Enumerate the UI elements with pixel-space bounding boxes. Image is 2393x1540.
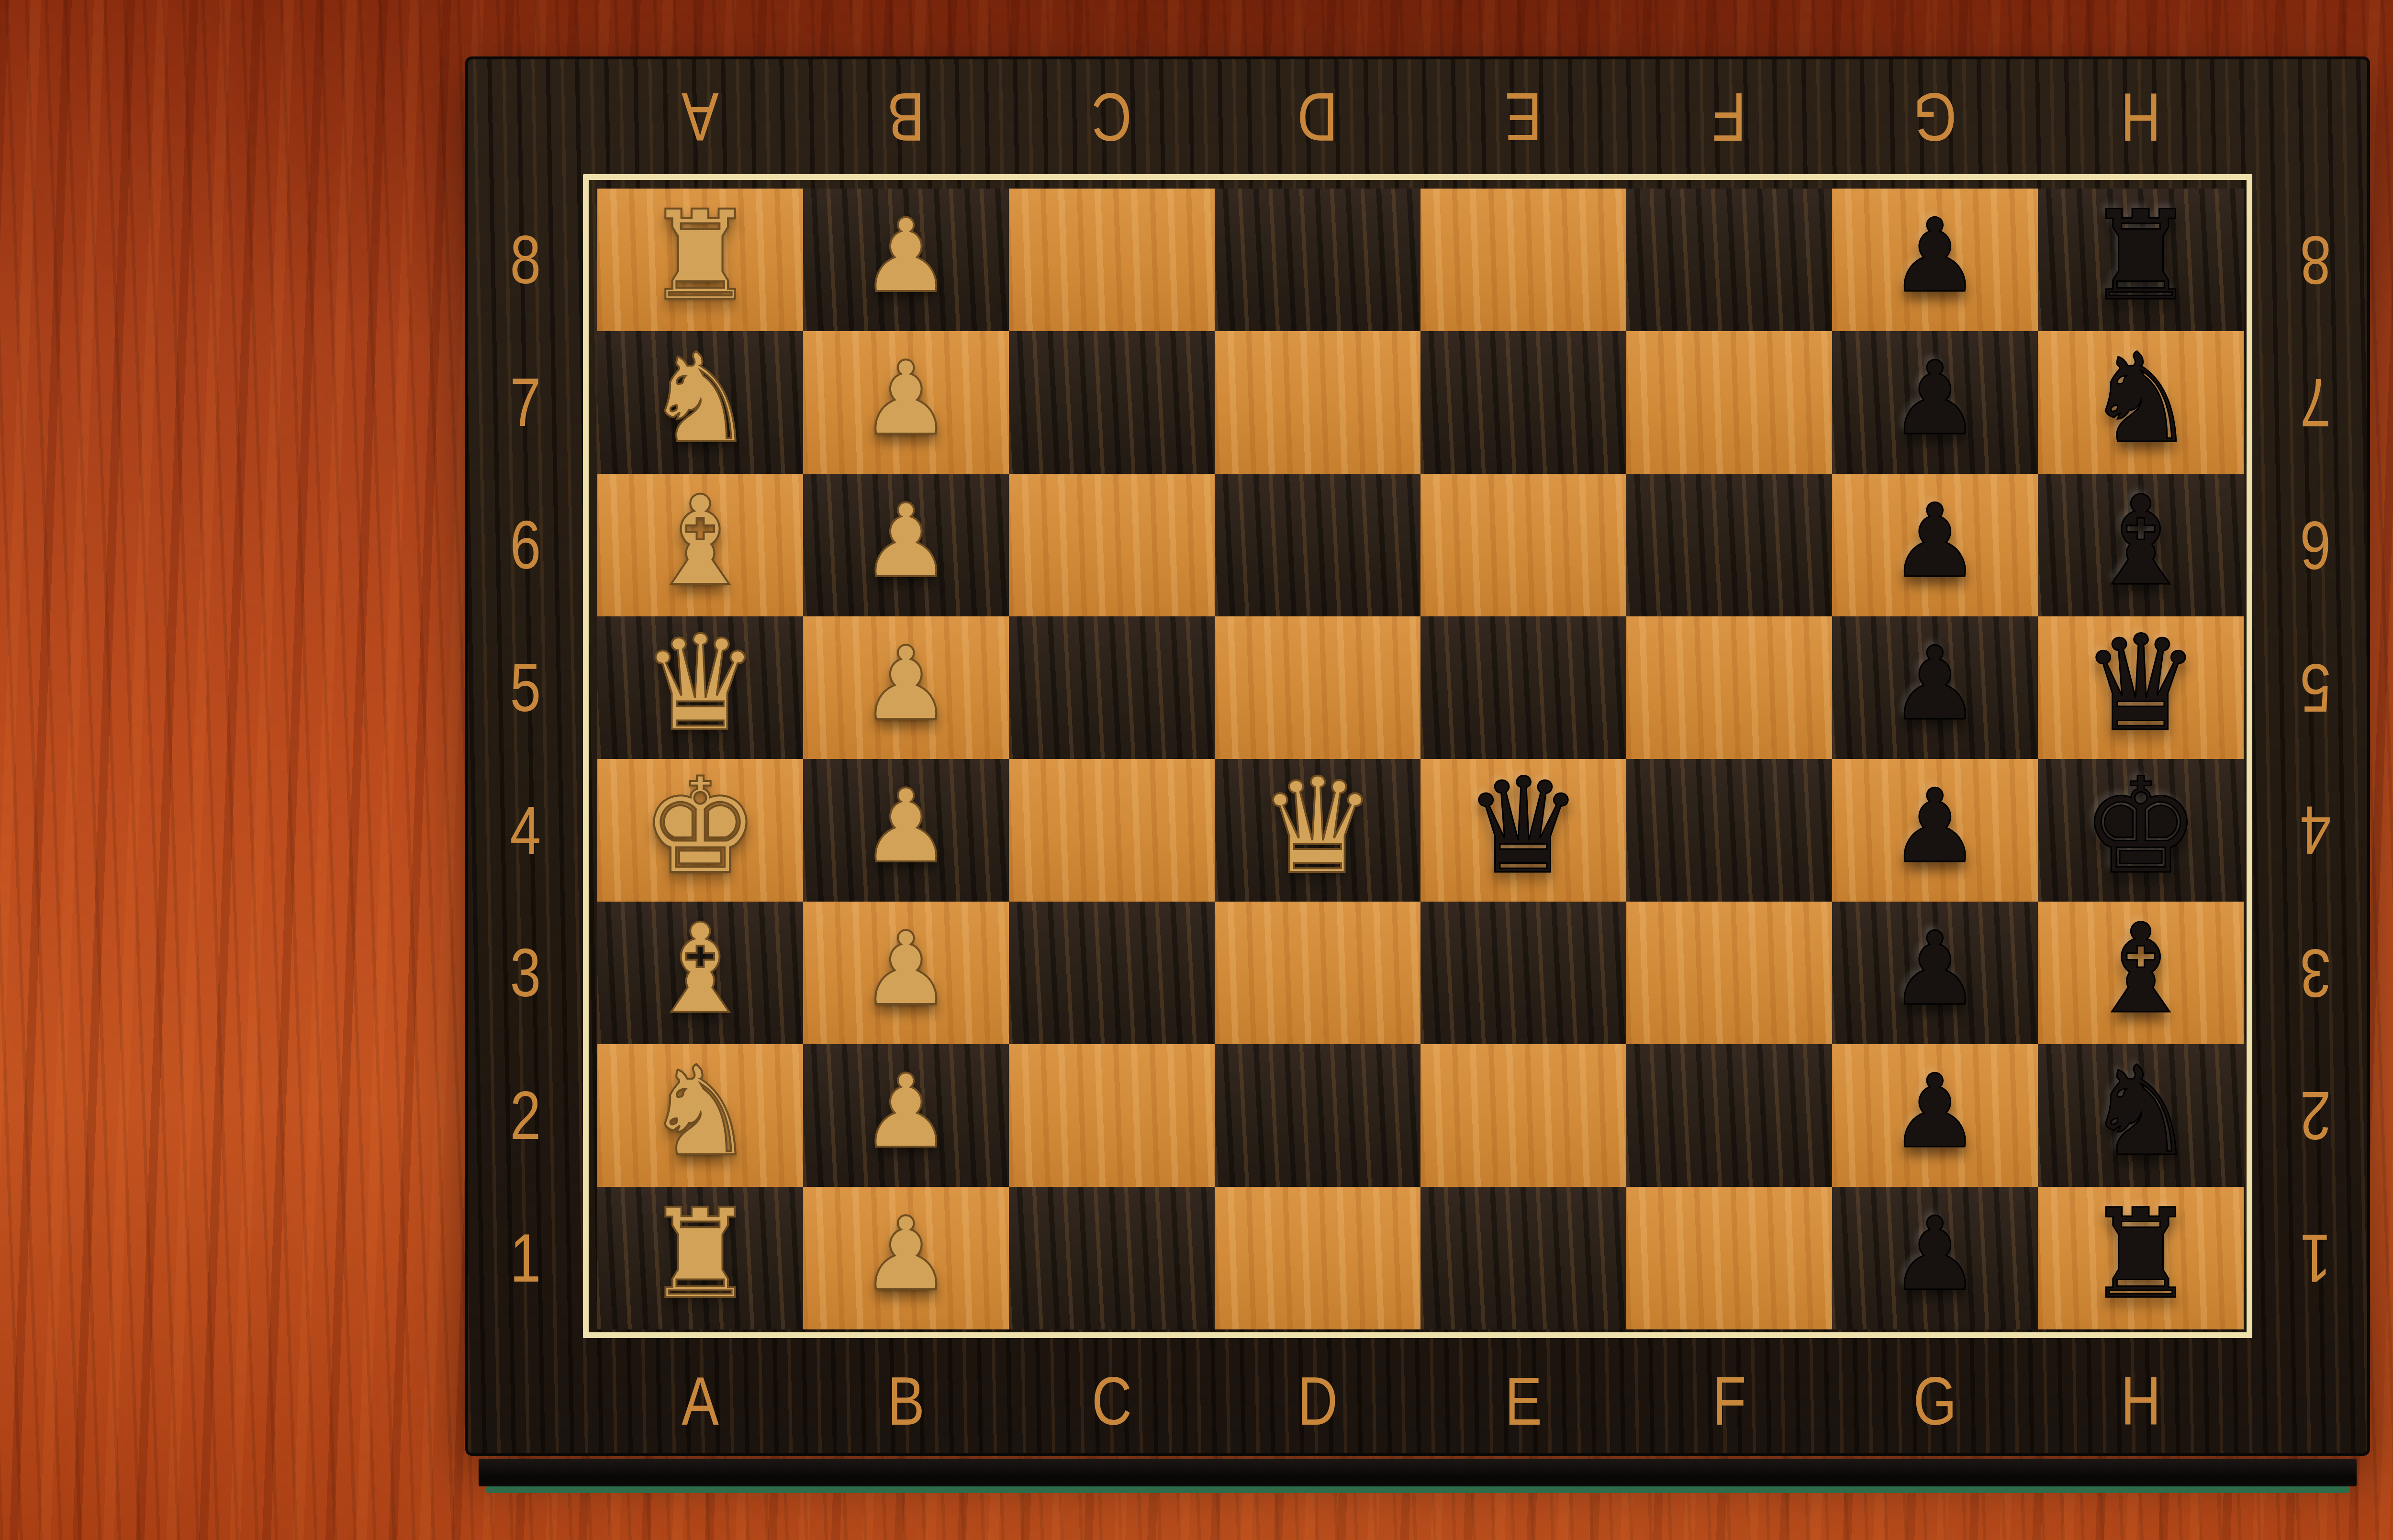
square-b3: ♟ xyxy=(803,902,1009,1044)
square-h8: ♜ xyxy=(2038,189,2244,331)
inner-border-line: ♜♟♟♜♞♟♟♞♝♟♟♝♛♟♟♛♚♟♛♛♟♚♝♟♟♝♞♟♟♞♜♟♟♜ xyxy=(583,174,2252,1338)
square-h5: ♛ xyxy=(2038,616,2244,759)
file-label-top-e: E xyxy=(1439,59,1608,174)
piece-black-pawn-g2: ♟ xyxy=(1890,1061,1980,1162)
square-a6: ♝ xyxy=(597,474,803,616)
square-f8 xyxy=(1626,189,1832,331)
square-d6 xyxy=(1215,474,1420,616)
square-g3: ♟ xyxy=(1832,902,2038,1044)
square-h6: ♝ xyxy=(2038,474,2244,616)
square-a5: ♛ xyxy=(597,616,803,759)
file-label-top-d: D xyxy=(1233,59,1402,174)
square-d7 xyxy=(1215,331,1420,474)
square-h1: ♜ xyxy=(2038,1187,2244,1329)
file-labels-top: ABCDEFGH xyxy=(597,59,2244,174)
square-d5 xyxy=(1215,616,1420,759)
square-g5: ♟ xyxy=(1832,616,2038,759)
rank-label-right-1: 1 xyxy=(2269,1187,2363,1329)
square-b8: ♟ xyxy=(803,189,1009,331)
square-c8 xyxy=(1009,189,1215,331)
piece-black-pawn-g6: ♟ xyxy=(1890,491,1980,592)
file-label-top-c: C xyxy=(1028,59,1196,174)
square-d8 xyxy=(1215,189,1420,331)
square-g6: ♟ xyxy=(1832,474,2038,616)
square-f1 xyxy=(1626,1187,1832,1329)
file-label-top-g: G xyxy=(1851,59,2020,174)
piece-black-bishop-h6: ♝ xyxy=(2085,480,2196,603)
piece-white-pawn-b5: ♟ xyxy=(861,633,951,735)
rank-label-left-1: 1 xyxy=(479,1187,573,1329)
piece-white-pawn-b7: ♟ xyxy=(861,348,951,449)
rank-label-left-8: 8 xyxy=(479,189,573,331)
rank-label-left-6: 6 xyxy=(479,474,573,616)
square-e6 xyxy=(1420,474,1626,616)
rank-labels-left: 12345678 xyxy=(468,189,583,1329)
square-b7: ♟ xyxy=(803,331,1009,474)
square-g8: ♟ xyxy=(1832,189,2038,331)
square-b2: ♟ xyxy=(803,1044,1009,1187)
piece-white-knight-a7: ♞ xyxy=(645,337,755,460)
piece-black-knight-h2: ♞ xyxy=(2085,1050,2196,1173)
piece-white-bishop-a6: ♝ xyxy=(645,480,755,603)
square-h2: ♞ xyxy=(2038,1044,2244,1187)
square-f6 xyxy=(1626,474,1832,616)
square-g7: ♟ xyxy=(1832,331,2038,474)
square-e8 xyxy=(1420,189,1626,331)
piece-black-pawn-g7: ♟ xyxy=(1890,348,1980,449)
file-labels-bottom: ABCDEFGH xyxy=(597,1344,2244,1459)
square-f4 xyxy=(1626,759,1832,902)
piece-black-bishop-h3: ♝ xyxy=(2085,907,2196,1031)
file-label-bottom-g: G xyxy=(1851,1344,2020,1459)
playing-grid: ♜♟♟♜♞♟♟♞♝♟♟♝♛♟♟♛♚♟♛♛♟♚♝♟♟♝♞♟♟♞♜♟♟♜ xyxy=(597,189,2244,1329)
square-c5 xyxy=(1009,616,1215,759)
piece-white-pawn-b6: ♟ xyxy=(861,491,951,592)
square-f7 xyxy=(1626,331,1832,474)
chess-board: ABCDEFGH ABCDEFGH 12345678 12345678 ♜♟♟♜… xyxy=(465,56,2370,1456)
square-d2 xyxy=(1215,1044,1420,1187)
board-felt-base xyxy=(485,1486,2350,1493)
square-c3 xyxy=(1009,902,1215,1044)
piece-white-queen-a5: ♛ xyxy=(641,618,759,750)
file-label-bottom-e: E xyxy=(1439,1344,1608,1459)
file-label-bottom-b: B xyxy=(822,1344,991,1459)
piece-white-pawn-b4: ♟ xyxy=(861,776,951,877)
piece-white-pawn-b3: ♟ xyxy=(861,918,951,1020)
square-a7: ♞ xyxy=(597,331,803,474)
piece-white-rook-a1: ♜ xyxy=(645,1193,755,1316)
piece-black-rook-h8: ♜ xyxy=(2085,194,2196,318)
square-b1: ♟ xyxy=(803,1187,1009,1329)
square-e1 xyxy=(1420,1187,1626,1329)
square-f3 xyxy=(1626,902,1832,1044)
rank-label-left-4: 4 xyxy=(479,759,573,902)
square-c6 xyxy=(1009,474,1215,616)
square-c4 xyxy=(1009,759,1215,902)
square-h7: ♞ xyxy=(2038,331,2244,474)
square-a4: ♚ xyxy=(597,759,803,902)
rank-label-left-3: 3 xyxy=(479,902,573,1044)
square-f5 xyxy=(1626,616,1832,759)
piece-white-king-a4: ♚ xyxy=(641,760,759,893)
piece-black-pawn-g8: ♟ xyxy=(1890,205,1980,307)
file-label-top-f: F xyxy=(1645,59,1814,174)
square-e7 xyxy=(1420,331,1626,474)
piece-black-pawn-g1: ♟ xyxy=(1890,1204,1980,1305)
square-a3: ♝ xyxy=(597,902,803,1044)
piece-white-queen-d4: ♛ xyxy=(1258,760,1376,893)
rank-label-right-5: 5 xyxy=(2269,616,2363,759)
square-g2: ♟ xyxy=(1832,1044,2038,1187)
rank-label-right-2: 2 xyxy=(2269,1044,2363,1187)
piece-black-king-h4: ♚ xyxy=(2081,760,2200,893)
square-h3: ♝ xyxy=(2038,902,2244,1044)
square-a2: ♞ xyxy=(597,1044,803,1187)
rank-label-right-7: 7 xyxy=(2269,331,2363,474)
piece-black-pawn-g4: ♟ xyxy=(1890,776,1980,877)
square-d4: ♛ xyxy=(1215,759,1420,902)
piece-black-knight-h7: ♞ xyxy=(2085,337,2196,460)
file-label-top-a: A xyxy=(616,59,785,174)
file-label-top-h: H xyxy=(2057,59,2225,174)
square-e5 xyxy=(1420,616,1626,759)
square-d1 xyxy=(1215,1187,1420,1329)
square-e2 xyxy=(1420,1044,1626,1187)
piece-black-pawn-g3: ♟ xyxy=(1890,918,1980,1020)
piece-black-pawn-g5: ♟ xyxy=(1890,633,1980,735)
square-g4: ♟ xyxy=(1832,759,2038,902)
file-label-bottom-a: A xyxy=(616,1344,785,1459)
square-c1 xyxy=(1009,1187,1215,1329)
rank-label-left-2: 2 xyxy=(479,1044,573,1187)
rank-label-left-7: 7 xyxy=(479,331,573,474)
square-c7 xyxy=(1009,331,1215,474)
piece-black-queen-h5: ♛ xyxy=(2081,618,2200,750)
piece-white-bishop-a3: ♝ xyxy=(645,907,755,1031)
piece-black-rook-h1: ♜ xyxy=(2085,1193,2196,1316)
square-b4: ♟ xyxy=(803,759,1009,902)
piece-white-knight-a2: ♞ xyxy=(645,1050,755,1173)
square-b5: ♟ xyxy=(803,616,1009,759)
file-label-bottom-f: F xyxy=(1645,1344,1814,1459)
rank-label-right-6: 6 xyxy=(2269,474,2363,616)
piece-black-queen-e4: ♛ xyxy=(1464,760,1582,893)
square-f2 xyxy=(1626,1044,1832,1187)
board-front-edge xyxy=(479,1459,2357,1486)
square-d3 xyxy=(1215,902,1420,1044)
square-a1: ♜ xyxy=(597,1187,803,1329)
square-g1: ♟ xyxy=(1832,1187,2038,1329)
piece-white-pawn-b2: ♟ xyxy=(861,1061,951,1162)
rank-label-left-5: 5 xyxy=(479,616,573,759)
square-b6: ♟ xyxy=(803,474,1009,616)
file-label-bottom-h: H xyxy=(2057,1344,2225,1459)
piece-white-pawn-b8: ♟ xyxy=(861,205,951,307)
piece-white-rook-a8: ♜ xyxy=(645,194,755,318)
square-e3 xyxy=(1420,902,1626,1044)
rank-label-right-8: 8 xyxy=(2269,189,2363,331)
file-label-bottom-d: D xyxy=(1233,1344,1402,1459)
square-h4: ♚ xyxy=(2038,759,2244,902)
rank-label-right-3: 3 xyxy=(2269,902,2363,1044)
rank-labels-right: 12345678 xyxy=(2258,189,2373,1329)
square-a8: ♜ xyxy=(597,189,803,331)
square-c2 xyxy=(1009,1044,1215,1187)
file-label-top-b: B xyxy=(822,59,991,174)
file-label-bottom-c: C xyxy=(1028,1344,1196,1459)
square-e4: ♛ xyxy=(1420,759,1626,902)
piece-white-pawn-b1: ♟ xyxy=(861,1204,951,1305)
rank-label-right-4: 4 xyxy=(2269,759,2363,902)
